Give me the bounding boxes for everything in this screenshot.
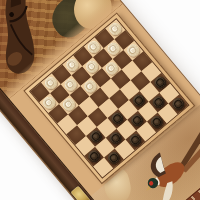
photo-background [0, 0, 200, 200]
box-lid [0, 0, 200, 200]
brass-clasp[interactable] [71, 186, 92, 200]
